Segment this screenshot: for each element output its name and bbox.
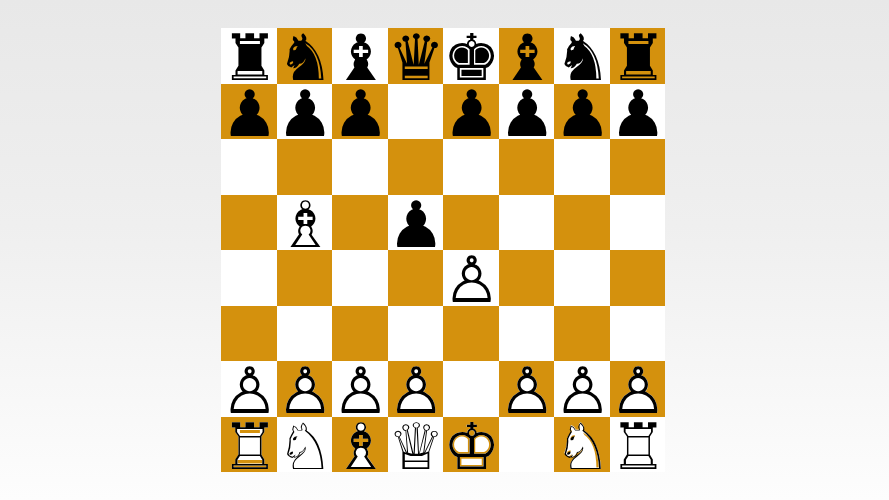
piece-glyph-outline: ♖ (221, 415, 278, 479)
square-h1[interactable]: ♜♖ (610, 417, 666, 473)
piece-glyph-fill: ♟ (277, 82, 334, 146)
white-queen[interactable]: ♛♕ (388, 417, 444, 473)
square-g1[interactable]: ♞♘ (554, 417, 610, 473)
square-g7[interactable]: ♟ (554, 84, 610, 140)
white-pawn[interactable]: ♟♙ (221, 361, 277, 417)
white-pawn[interactable]: ♟♙ (388, 361, 444, 417)
white-bishop[interactable]: ♝♗ (332, 417, 388, 473)
piece-glyph-outline: ♗ (332, 415, 389, 479)
square-a4[interactable] (221, 250, 277, 306)
square-c5[interactable] (332, 195, 388, 251)
white-bishop[interactable]: ♝♗ (277, 195, 333, 251)
square-a2[interactable]: ♟♙ (221, 361, 277, 417)
square-g4[interactable] (554, 250, 610, 306)
black-knight[interactable]: ♞ (554, 28, 610, 84)
piece-glyph-fill: ♟ (388, 193, 445, 257)
square-d4[interactable] (388, 250, 444, 306)
white-pawn[interactable]: ♟♙ (499, 361, 555, 417)
square-f7[interactable]: ♟ (499, 84, 555, 140)
square-g8[interactable]: ♞ (554, 28, 610, 84)
piece-glyph-fill: ♟ (499, 82, 556, 146)
black-pawn[interactable]: ♟ (332, 84, 388, 140)
square-d5[interactable]: ♟ (388, 195, 444, 251)
piece-glyph-fill: ♟ (221, 82, 278, 146)
square-e4[interactable]: ♟♙ (443, 250, 499, 306)
black-rook[interactable]: ♜ (221, 28, 277, 84)
square-b1[interactable]: ♞♘ (277, 417, 333, 473)
piece-glyph-fill: ♟ (610, 82, 667, 146)
square-g2[interactable]: ♟♙ (554, 361, 610, 417)
square-f3[interactable] (499, 306, 555, 362)
piece-glyph-outline: ♘ (277, 415, 334, 479)
piece-glyph-outline: ♘ (554, 415, 611, 479)
black-bishop[interactable]: ♝ (499, 28, 555, 84)
square-h7[interactable]: ♟ (610, 84, 666, 140)
square-d8[interactable]: ♛ (388, 28, 444, 84)
white-king[interactable]: ♚♔ (443, 417, 499, 473)
black-bishop[interactable]: ♝ (332, 28, 388, 84)
square-a5[interactable] (221, 195, 277, 251)
black-queen[interactable]: ♛ (388, 28, 444, 84)
black-knight[interactable]: ♞ (277, 28, 333, 84)
piece-glyph-outline: ♙ (499, 359, 556, 423)
square-h8[interactable]: ♜ (610, 28, 666, 84)
square-e6[interactable] (443, 139, 499, 195)
square-b8[interactable]: ♞ (277, 28, 333, 84)
square-g6[interactable] (554, 139, 610, 195)
square-c8[interactable]: ♝ (332, 28, 388, 84)
piece-glyph-outline: ♙ (443, 248, 500, 312)
white-pawn[interactable]: ♟♙ (610, 361, 666, 417)
square-a6[interactable] (221, 139, 277, 195)
square-g3[interactable] (554, 306, 610, 362)
piece-glyph-outline: ♔ (443, 415, 500, 479)
square-e7[interactable]: ♟ (443, 84, 499, 140)
white-pawn[interactable]: ♟♙ (277, 361, 333, 417)
square-a1[interactable]: ♜♖ (221, 417, 277, 473)
square-d1[interactable]: ♛♕ (388, 417, 444, 473)
square-c2[interactable]: ♟♙ (332, 361, 388, 417)
square-f5[interactable] (499, 195, 555, 251)
chess-board: ♜♞♝♛♚♝♞♜♟♟♟♟♟♟♟♝♗♟♟♙♟♙♟♙♟♙♟♙♟♙♟♙♟♙♜♖♞♘♝♗… (221, 28, 665, 472)
square-d7[interactable] (388, 84, 444, 140)
black-pawn[interactable]: ♟ (388, 195, 444, 251)
piece-glyph-outline: ♕ (388, 415, 445, 479)
square-c6[interactable] (332, 139, 388, 195)
square-e8[interactable]: ♚ (443, 28, 499, 84)
black-king[interactable]: ♚ (443, 28, 499, 84)
page-background: ♜♞♝♛♚♝♞♜♟♟♟♟♟♟♟♝♗♟♟♙♟♙♟♙♟♙♟♙♟♙♟♙♟♙♜♖♞♘♝♗… (0, 0, 889, 500)
piece-glyph-outline: ♖ (610, 415, 667, 479)
square-e3[interactable] (443, 306, 499, 362)
square-c4[interactable] (332, 250, 388, 306)
square-c3[interactable] (332, 306, 388, 362)
piece-glyph-fill: ♛ (388, 26, 445, 90)
square-f8[interactable]: ♝ (499, 28, 555, 84)
white-rook[interactable]: ♜♖ (610, 417, 666, 473)
square-b6[interactable] (277, 139, 333, 195)
square-a8[interactable]: ♜ (221, 28, 277, 84)
square-b2[interactable]: ♟♙ (277, 361, 333, 417)
square-b4[interactable] (277, 250, 333, 306)
square-e2[interactable] (443, 361, 499, 417)
square-f2[interactable]: ♟♙ (499, 361, 555, 417)
white-knight[interactable]: ♞♘ (277, 417, 333, 473)
square-h2[interactable]: ♟♙ (610, 361, 666, 417)
square-c7[interactable]: ♟ (332, 84, 388, 140)
square-a3[interactable] (221, 306, 277, 362)
square-a7[interactable]: ♟ (221, 84, 277, 140)
square-h6[interactable] (610, 139, 666, 195)
square-c1[interactable]: ♝♗ (332, 417, 388, 473)
black-pawn[interactable]: ♟ (610, 84, 666, 140)
square-b3[interactable] (277, 306, 333, 362)
white-knight[interactable]: ♞♘ (554, 417, 610, 473)
black-pawn[interactable]: ♟ (554, 84, 610, 140)
black-pawn[interactable]: ♟ (277, 84, 333, 140)
square-h5[interactable] (610, 195, 666, 251)
black-pawn[interactable]: ♟ (221, 84, 277, 140)
square-h3[interactable] (610, 306, 666, 362)
square-b5[interactable]: ♝♗ (277, 195, 333, 251)
black-rook[interactable]: ♜ (610, 28, 666, 84)
square-g5[interactable] (554, 195, 610, 251)
piece-glyph-fill: ♟ (554, 82, 611, 146)
black-pawn[interactable]: ♟ (499, 84, 555, 140)
square-f6[interactable] (499, 139, 555, 195)
square-d3[interactable] (388, 306, 444, 362)
white-pawn[interactable]: ♟♙ (332, 361, 388, 417)
piece-glyph-fill: ♟ (443, 82, 500, 146)
square-d6[interactable] (388, 139, 444, 195)
square-f4[interactable] (499, 250, 555, 306)
square-e5[interactable] (443, 195, 499, 251)
white-rook[interactable]: ♜♖ (221, 417, 277, 473)
white-pawn[interactable]: ♟♙ (443, 250, 499, 306)
white-pawn[interactable]: ♟♙ (554, 361, 610, 417)
square-f1[interactable] (499, 417, 555, 473)
piece-glyph-outline: ♗ (277, 193, 334, 257)
square-e1[interactable]: ♚♔ (443, 417, 499, 473)
black-pawn[interactable]: ♟ (443, 84, 499, 140)
square-h4[interactable] (610, 250, 666, 306)
piece-glyph-fill: ♟ (332, 82, 389, 146)
square-b7[interactable]: ♟ (277, 84, 333, 140)
square-d2[interactable]: ♟♙ (388, 361, 444, 417)
